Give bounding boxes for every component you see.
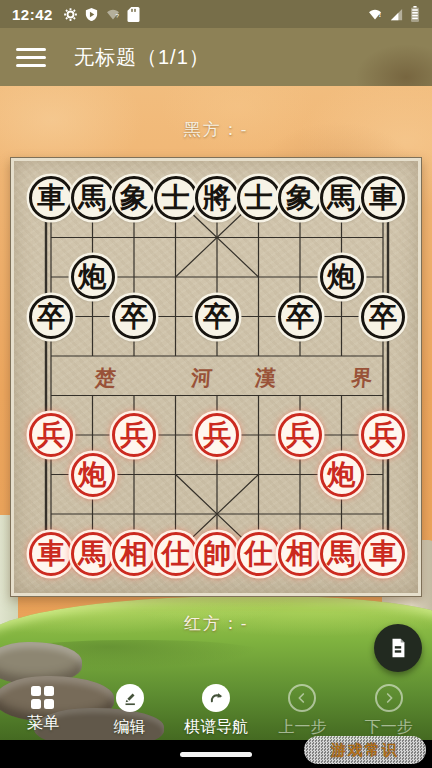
chevron-left-icon [288,684,316,712]
piece-red-馬[interactable]: 馬 [320,532,364,576]
piece-black-象[interactable]: 象 [278,176,322,220]
nav-previous-label: 上一步 [278,717,326,738]
svg-text:!: ! [379,11,381,18]
phone-screen: 12:42 ? [0,0,432,768]
nav-edit-button[interactable]: 编辑 [86,682,172,740]
piece-black-士[interactable]: 士 [154,176,198,220]
piece-black-馬[interactable]: 馬 [71,176,115,220]
wifi-alert-icon: ! [367,7,383,22]
piece-black-將[interactable]: 將 [195,176,239,220]
nav-navigate-label: 棋谱导航 [184,717,248,738]
piece-black-卒[interactable]: 卒 [278,295,322,339]
nav-menu-label: 菜单 [27,713,59,734]
battery-icon [410,6,420,22]
piece-red-兵[interactable]: 兵 [361,413,405,457]
nav-edit-label: 编辑 [114,717,146,738]
piece-black-馬[interactable]: 馬 [320,176,364,220]
piece-red-相[interactable]: 相 [112,532,156,576]
piece-black-炮[interactable]: 炮 [320,255,364,299]
piece-black-卒[interactable]: 卒 [29,295,73,339]
nav-menu-button[interactable]: 菜单 [0,682,86,740]
clock: 12:42 [12,6,53,23]
sd-card-icon [127,7,140,22]
piece-black-車[interactable]: 車 [361,176,405,220]
grid-icon [31,684,55,708]
watermark-text: 游戏常识 [331,741,399,760]
piece-black-卒[interactable]: 卒 [361,295,405,339]
redo-arrow-icon [202,684,230,712]
nav-next-button[interactable]: 下一步 [346,682,432,740]
piece-black-象[interactable]: 象 [112,176,156,220]
edit-icon [116,684,144,712]
play-protect-icon [84,7,99,22]
piece-red-兵[interactable]: 兵 [112,413,156,457]
river-text-han-jie: 漢 界 [254,364,407,392]
piece-black-車[interactable]: 車 [29,176,73,220]
piece-black-卒[interactable]: 卒 [112,295,156,339]
black-side-label: 黑方：- [0,118,432,141]
app-bar: 无标题（1/1） [0,28,432,86]
red-side-label: 红方：- [0,612,432,635]
piece-red-兵[interactable]: 兵 [29,413,73,457]
piece-red-車[interactable]: 車 [29,532,73,576]
hamburger-icon[interactable] [16,46,46,68]
chevron-right-icon [375,684,403,712]
nav-next-label: 下一步 [365,717,413,738]
document-icon [387,637,409,659]
wifi-question-icon: ? [105,7,121,22]
nav-navigate-button[interactable]: 棋谱导航 [173,682,259,740]
gear-icon [63,7,78,22]
piece-red-馬[interactable]: 馬 [71,532,115,576]
piece-red-炮[interactable]: 炮 [71,453,115,497]
piece-red-兵[interactable]: 兵 [195,413,239,457]
piece-red-兵[interactable]: 兵 [278,413,322,457]
page-title: 无标题（1/1） [74,44,210,71]
piece-black-卒[interactable]: 卒 [195,295,239,339]
xiangqi-board[interactable]: 楚 河 漢 界 車馬象士將士象馬車炮炮卒卒卒卒卒兵兵兵兵兵炮炮車馬相仕帥仕相馬車 [10,157,422,597]
notation-fab[interactable] [374,624,422,672]
piece-red-仕[interactable]: 仕 [237,532,281,576]
bottom-nav: 菜单 编辑 棋谱导航 [0,682,432,740]
piece-black-士[interactable]: 士 [237,176,281,220]
svg-text:?: ? [115,12,119,19]
nav-previous-button[interactable]: 上一步 [259,682,345,740]
river-text-chu-he: 楚 河 [94,364,247,392]
piece-red-車[interactable]: 車 [361,532,405,576]
system-bottom-bar: 游戏常识 [0,740,432,768]
status-bar: 12:42 ? [0,0,432,28]
piece-red-相[interactable]: 相 [278,532,322,576]
watermark-badge: 游戏常识 [304,736,426,764]
piece-black-炮[interactable]: 炮 [71,255,115,299]
piece-red-仕[interactable]: 仕 [154,532,198,576]
home-indicator[interactable] [180,752,252,757]
piece-red-炮[interactable]: 炮 [320,453,364,497]
signal-icon [389,7,404,22]
piece-red-帥[interactable]: 帥 [195,532,239,576]
